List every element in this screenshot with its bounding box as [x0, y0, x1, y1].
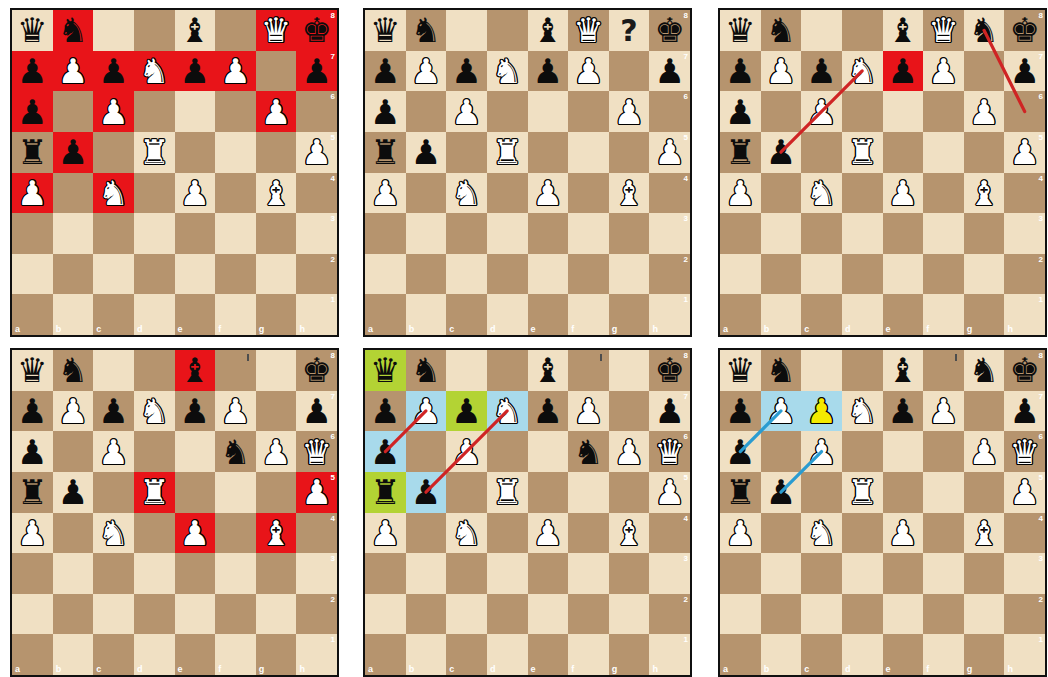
square-g7[interactable] [964, 391, 1005, 432]
square-a2[interactable] [12, 594, 53, 635]
square-c7[interactable]: ♟ [801, 51, 842, 92]
square-g5[interactable] [964, 132, 1005, 173]
square-g3[interactable] [964, 213, 1005, 254]
square-g8[interactable]: ♞ [964, 350, 1005, 391]
square-g1[interactable]: g [964, 294, 1005, 335]
square-h4[interactable]: 4 [296, 173, 337, 214]
square-h5[interactable]: ♟5 [649, 132, 690, 173]
square-b3[interactable] [761, 213, 802, 254]
square-f5[interactable] [215, 132, 256, 173]
square-f1[interactable]: f [923, 634, 964, 675]
square-f3[interactable] [215, 553, 256, 594]
square-g6[interactable]: ♟ [256, 91, 297, 132]
square-b6[interactable] [406, 431, 447, 472]
square-d8[interactable] [487, 10, 528, 51]
square-c4[interactable]: ♞ [801, 513, 842, 554]
square-c2[interactable] [801, 254, 842, 295]
square-d7[interactable]: ♞ [842, 51, 883, 92]
square-h3[interactable]: 3 [296, 553, 337, 594]
square-e5[interactable] [883, 472, 924, 513]
square-f7[interactable]: ♟ [923, 391, 964, 432]
square-e2[interactable] [883, 594, 924, 635]
square-c3[interactable] [93, 213, 134, 254]
square-h7[interactable]: ♟7 [1004, 391, 1045, 432]
square-a1[interactable]: a [720, 294, 761, 335]
square-g1[interactable]: g [964, 634, 1005, 675]
square-d2[interactable] [487, 594, 528, 635]
square-e6[interactable] [528, 431, 569, 472]
square-c1[interactable]: c [446, 294, 487, 335]
square-f5[interactable] [923, 132, 964, 173]
square-a6[interactable]: ♟ [365, 431, 406, 472]
square-h8[interactable]: ♚8 [296, 10, 337, 51]
square-e2[interactable] [175, 594, 216, 635]
square-h8[interactable]: ♚8 [296, 350, 337, 391]
square-b1[interactable]: b [406, 294, 447, 335]
square-a2[interactable] [12, 254, 53, 295]
square-d4[interactable] [487, 513, 528, 554]
square-a6[interactable]: ♟ [12, 91, 53, 132]
square-h5[interactable]: ♟5 [1004, 132, 1045, 173]
square-b6[interactable] [761, 431, 802, 472]
square-d8[interactable] [134, 10, 175, 51]
square-c3[interactable] [93, 553, 134, 594]
square-h4[interactable]: 4 [649, 173, 690, 214]
square-a7[interactable]: ♟ [720, 51, 761, 92]
square-b8[interactable]: ♞ [761, 350, 802, 391]
square-b6[interactable] [406, 91, 447, 132]
square-b7[interactable]: ♟ [53, 51, 94, 92]
square-d1[interactable]: d [134, 294, 175, 335]
square-f7[interactable]: ♟ [568, 51, 609, 92]
square-g1[interactable]: g [609, 294, 650, 335]
square-e7[interactable]: ♟ [528, 51, 569, 92]
square-c5[interactable] [93, 472, 134, 513]
square-c6[interactable]: ♟ [446, 431, 487, 472]
square-c6[interactable]: ♟ [446, 91, 487, 132]
square-g2[interactable] [609, 594, 650, 635]
square-a8[interactable]: ♛ [365, 10, 406, 51]
square-h2[interactable]: 2 [296, 254, 337, 295]
square-f3[interactable] [568, 553, 609, 594]
square-a7[interactable]: ♟ [365, 51, 406, 92]
square-g5[interactable] [256, 132, 297, 173]
square-f7[interactable]: ♟ [923, 51, 964, 92]
square-h8[interactable]: ♚8 [649, 350, 690, 391]
square-g1[interactable]: g [256, 634, 297, 675]
square-c1[interactable]: c [93, 294, 134, 335]
square-c8[interactable] [446, 350, 487, 391]
square-d6[interactable] [134, 431, 175, 472]
square-e4[interactable]: ♟ [175, 173, 216, 214]
square-c8[interactable] [801, 10, 842, 51]
square-b1[interactable]: b [53, 634, 94, 675]
square-h7[interactable]: ♟7 [296, 51, 337, 92]
square-g2[interactable] [256, 254, 297, 295]
square-b2[interactable] [53, 254, 94, 295]
square-e1[interactable]: e [175, 634, 216, 675]
square-g8[interactable]: ♛ [256, 10, 297, 51]
square-a4[interactable]: ♟ [365, 173, 406, 214]
square-g8[interactable] [256, 350, 297, 391]
square-e5[interactable] [883, 132, 924, 173]
square-a1[interactable]: a [12, 634, 53, 675]
square-b8[interactable]: ♞ [53, 10, 94, 51]
square-h4[interactable]: 4 [296, 513, 337, 554]
square-h1[interactable]: 1h [649, 294, 690, 335]
square-g4[interactable]: ♝ [609, 513, 650, 554]
square-c1[interactable]: c [446, 634, 487, 675]
square-b6[interactable] [53, 431, 94, 472]
square-d5[interactable]: ♜ [134, 472, 175, 513]
square-e8[interactable]: ♝ [175, 350, 216, 391]
square-b5[interactable]: ♟ [406, 472, 447, 513]
square-d7[interactable]: ♞ [134, 391, 175, 432]
square-c2[interactable] [801, 594, 842, 635]
square-c8[interactable] [446, 10, 487, 51]
square-c7[interactable]: ♟ [93, 391, 134, 432]
square-c3[interactable] [446, 553, 487, 594]
square-a7[interactable]: ♟ [365, 391, 406, 432]
square-d5[interactable]: ♜ [134, 132, 175, 173]
square-h4[interactable]: 4 [649, 513, 690, 554]
square-f2[interactable] [923, 254, 964, 295]
square-h6[interactable]: 6 [1004, 91, 1045, 132]
square-f1[interactable]: f [215, 294, 256, 335]
square-d5[interactable]: ♜ [487, 472, 528, 513]
square-d3[interactable] [487, 553, 528, 594]
square-g5[interactable] [256, 472, 297, 513]
square-c4[interactable]: ♞ [801, 173, 842, 214]
square-b5[interactable]: ♟ [761, 472, 802, 513]
square-e6[interactable] [528, 91, 569, 132]
square-c8[interactable] [93, 10, 134, 51]
square-e6[interactable] [883, 431, 924, 472]
square-d6[interactable] [842, 91, 883, 132]
square-g4[interactable]: ♝ [256, 173, 297, 214]
square-b4[interactable] [761, 513, 802, 554]
square-g4[interactable]: ♝ [609, 173, 650, 214]
square-h1[interactable]: 1h [296, 634, 337, 675]
square-e6[interactable] [883, 91, 924, 132]
square-c6[interactable]: ♟ [801, 91, 842, 132]
square-g8[interactable]: ? [609, 10, 650, 51]
square-a5[interactable]: ♜ [12, 472, 53, 513]
square-a3[interactable] [12, 553, 53, 594]
square-g1[interactable]: g [609, 634, 650, 675]
square-d3[interactable] [134, 213, 175, 254]
square-f1[interactable]: f [923, 294, 964, 335]
square-c5[interactable] [801, 132, 842, 173]
square-c8[interactable] [801, 350, 842, 391]
square-e7[interactable]: ♟ [883, 391, 924, 432]
square-b6[interactable] [761, 91, 802, 132]
square-a8[interactable]: ♛ [365, 350, 406, 391]
square-d8[interactable] [487, 350, 528, 391]
square-h1[interactable]: 1h [1004, 294, 1045, 335]
square-h6[interactable]: ♛6 [649, 431, 690, 472]
square-d7[interactable]: ♞ [134, 51, 175, 92]
square-h5[interactable]: ♟5 [1004, 472, 1045, 513]
square-d6[interactable] [487, 91, 528, 132]
square-b4[interactable] [406, 173, 447, 214]
square-a3[interactable] [365, 213, 406, 254]
square-b8[interactable]: ♞ [406, 350, 447, 391]
square-b7[interactable]: ♟ [53, 391, 94, 432]
square-c4[interactable]: ♞ [446, 513, 487, 554]
square-c5[interactable] [801, 472, 842, 513]
square-f1[interactable]: f [568, 634, 609, 675]
square-a4[interactable]: ♟ [720, 173, 761, 214]
square-d1[interactable]: d [842, 634, 883, 675]
square-c6[interactable]: ♟ [93, 91, 134, 132]
square-f4[interactable] [215, 173, 256, 214]
square-e3[interactable] [528, 213, 569, 254]
square-d3[interactable] [487, 213, 528, 254]
square-c5[interactable] [446, 132, 487, 173]
square-b2[interactable] [53, 594, 94, 635]
square-e3[interactable] [883, 553, 924, 594]
square-g1[interactable]: g [256, 294, 297, 335]
square-a4[interactable]: ♟ [365, 513, 406, 554]
square-a3[interactable] [720, 553, 761, 594]
square-f7[interactable]: ♟ [215, 391, 256, 432]
square-g7[interactable] [256, 51, 297, 92]
square-h1[interactable]: 1h [296, 294, 337, 335]
square-e4[interactable]: ♟ [883, 173, 924, 214]
square-h3[interactable]: 3 [1004, 213, 1045, 254]
square-c3[interactable] [446, 213, 487, 254]
square-f5[interactable] [215, 472, 256, 513]
square-a4[interactable]: ♟ [12, 513, 53, 554]
square-h1[interactable]: 1h [649, 634, 690, 675]
square-d4[interactable] [842, 513, 883, 554]
square-b3[interactable] [53, 553, 94, 594]
square-a6[interactable]: ♟ [720, 431, 761, 472]
square-f3[interactable] [923, 213, 964, 254]
square-f8[interactable] [215, 10, 256, 51]
square-d5[interactable]: ♜ [487, 132, 528, 173]
square-c1[interactable]: c [801, 294, 842, 335]
square-e7[interactable]: ♟ [528, 391, 569, 432]
square-d2[interactable] [134, 594, 175, 635]
square-d7[interactable]: ♞ [842, 391, 883, 432]
square-a2[interactable] [720, 594, 761, 635]
square-b7[interactable]: ♟ [761, 391, 802, 432]
square-g3[interactable] [256, 213, 297, 254]
square-h1[interactable]: 1h [1004, 634, 1045, 675]
square-b1[interactable]: b [406, 634, 447, 675]
square-a8[interactable]: ♛ [12, 350, 53, 391]
square-c8[interactable] [93, 350, 134, 391]
square-b1[interactable]: b [53, 294, 94, 335]
square-g2[interactable] [964, 594, 1005, 635]
square-c7[interactable]: ♟ [93, 51, 134, 92]
square-b3[interactable] [53, 213, 94, 254]
square-f4[interactable] [923, 513, 964, 554]
square-g7[interactable] [609, 391, 650, 432]
square-b8[interactable]: ♞ [406, 10, 447, 51]
square-d2[interactable] [487, 254, 528, 295]
square-f1[interactable]: f [215, 634, 256, 675]
square-c6[interactable]: ♟ [801, 431, 842, 472]
square-a2[interactable] [720, 254, 761, 295]
square-c3[interactable] [801, 553, 842, 594]
square-d3[interactable] [842, 553, 883, 594]
square-e5[interactable] [528, 132, 569, 173]
square-a5[interactable]: ♜ [12, 132, 53, 173]
square-e6[interactable] [175, 431, 216, 472]
square-g3[interactable] [964, 553, 1005, 594]
square-c2[interactable] [93, 254, 134, 295]
square-d8[interactable] [842, 350, 883, 391]
square-f8[interactable] [923, 350, 964, 391]
square-d2[interactable] [134, 254, 175, 295]
square-b5[interactable]: ♟ [53, 472, 94, 513]
square-f5[interactable] [568, 472, 609, 513]
square-e4[interactable]: ♟ [883, 513, 924, 554]
square-h7[interactable]: ♟7 [296, 391, 337, 432]
square-f8[interactable] [568, 350, 609, 391]
square-h3[interactable]: 3 [649, 553, 690, 594]
square-e3[interactable] [883, 213, 924, 254]
square-a7[interactable]: ♟ [12, 391, 53, 432]
square-b7[interactable]: ♟ [406, 51, 447, 92]
square-f8[interactable] [215, 350, 256, 391]
square-a1[interactable]: a [720, 634, 761, 675]
square-f6[interactable] [923, 91, 964, 132]
square-e5[interactable] [175, 132, 216, 173]
square-a3[interactable] [720, 213, 761, 254]
square-h3[interactable]: 3 [296, 213, 337, 254]
square-d6[interactable] [487, 431, 528, 472]
square-a8[interactable]: ♛ [12, 10, 53, 51]
square-f2[interactable] [568, 254, 609, 295]
square-h2[interactable]: 2 [1004, 254, 1045, 295]
square-a5[interactable]: ♜ [365, 472, 406, 513]
square-h8[interactable]: ♚8 [649, 10, 690, 51]
square-h4[interactable]: 4 [1004, 173, 1045, 214]
square-f4[interactable] [568, 173, 609, 214]
square-e5[interactable] [528, 472, 569, 513]
square-d1[interactable]: d [842, 294, 883, 335]
square-g6[interactable]: ♟ [609, 431, 650, 472]
square-a8[interactable]: ♛ [720, 350, 761, 391]
square-h5[interactable]: ♟5 [296, 132, 337, 173]
square-d2[interactable] [842, 254, 883, 295]
square-b5[interactable]: ♟ [761, 132, 802, 173]
square-d4[interactable] [842, 173, 883, 214]
square-c4[interactable]: ♞ [93, 513, 134, 554]
square-d3[interactable] [842, 213, 883, 254]
square-b8[interactable]: ♞ [761, 10, 802, 51]
square-f6[interactable]: ♞ [215, 431, 256, 472]
square-d6[interactable] [134, 91, 175, 132]
square-b4[interactable] [761, 173, 802, 214]
square-f5[interactable] [568, 132, 609, 173]
square-a5[interactable]: ♜ [720, 132, 761, 173]
square-g4[interactable]: ♝ [256, 513, 297, 554]
square-a6[interactable]: ♟ [365, 91, 406, 132]
square-b2[interactable] [406, 254, 447, 295]
square-h8[interactable]: ♚8 [1004, 10, 1045, 51]
square-f3[interactable] [568, 213, 609, 254]
square-e3[interactable] [175, 553, 216, 594]
square-e8[interactable]: ♝ [528, 10, 569, 51]
square-h2[interactable]: 2 [1004, 594, 1045, 635]
square-b5[interactable]: ♟ [406, 132, 447, 173]
square-d3[interactable] [134, 553, 175, 594]
square-h8[interactable]: ♚8 [1004, 350, 1045, 391]
square-c7[interactable]: ♟ [801, 391, 842, 432]
square-c5[interactable] [446, 472, 487, 513]
square-b3[interactable] [406, 553, 447, 594]
square-d8[interactable] [134, 350, 175, 391]
square-h6[interactable]: ♛6 [1004, 431, 1045, 472]
square-d5[interactable]: ♜ [842, 472, 883, 513]
square-b1[interactable]: b [761, 294, 802, 335]
square-f1[interactable]: f [568, 294, 609, 335]
square-e5[interactable] [175, 472, 216, 513]
square-a6[interactable]: ♟ [12, 431, 53, 472]
square-h7[interactable]: ♟7 [649, 391, 690, 432]
square-e4[interactable]: ♟ [528, 173, 569, 214]
square-f4[interactable] [215, 513, 256, 554]
square-f2[interactable] [923, 594, 964, 635]
square-a3[interactable] [365, 553, 406, 594]
square-e1[interactable]: e [883, 294, 924, 335]
square-e4[interactable]: ♟ [175, 513, 216, 554]
square-d1[interactable]: d [487, 294, 528, 335]
square-h7[interactable]: ♟7 [649, 51, 690, 92]
square-e7[interactable]: ♟ [175, 51, 216, 92]
square-a6[interactable]: ♟ [720, 91, 761, 132]
square-f7[interactable]: ♟ [215, 51, 256, 92]
square-b7[interactable]: ♟ [761, 51, 802, 92]
square-g6[interactable]: ♟ [964, 91, 1005, 132]
square-b2[interactable] [761, 594, 802, 635]
square-c4[interactable]: ♞ [446, 173, 487, 214]
square-g6[interactable]: ♟ [609, 91, 650, 132]
square-a7[interactable]: ♟ [720, 391, 761, 432]
square-e2[interactable] [528, 594, 569, 635]
square-c7[interactable]: ♟ [446, 51, 487, 92]
square-b3[interactable] [761, 553, 802, 594]
square-g5[interactable] [964, 472, 1005, 513]
square-c3[interactable] [801, 213, 842, 254]
square-a3[interactable] [12, 213, 53, 254]
square-e3[interactable] [528, 553, 569, 594]
square-e1[interactable]: e [528, 634, 569, 675]
square-a4[interactable]: ♟ [720, 513, 761, 554]
square-e6[interactable] [175, 91, 216, 132]
square-d7[interactable]: ♞ [487, 51, 528, 92]
square-c1[interactable]: c [93, 634, 134, 675]
square-f2[interactable] [215, 594, 256, 635]
square-g8[interactable]: ♞ [964, 10, 1005, 51]
square-e8[interactable]: ♝ [528, 350, 569, 391]
square-a8[interactable]: ♛ [720, 10, 761, 51]
square-h6[interactable]: ♛6 [296, 431, 337, 472]
square-h7[interactable]: ♟7 [1004, 51, 1045, 92]
square-f8[interactable]: ♛ [568, 10, 609, 51]
square-h6[interactable]: 6 [296, 91, 337, 132]
square-a1[interactable]: a [12, 294, 53, 335]
square-d4[interactable] [134, 513, 175, 554]
square-h2[interactable]: 2 [649, 594, 690, 635]
square-g5[interactable] [609, 472, 650, 513]
square-h5[interactable]: ♟5 [296, 472, 337, 513]
